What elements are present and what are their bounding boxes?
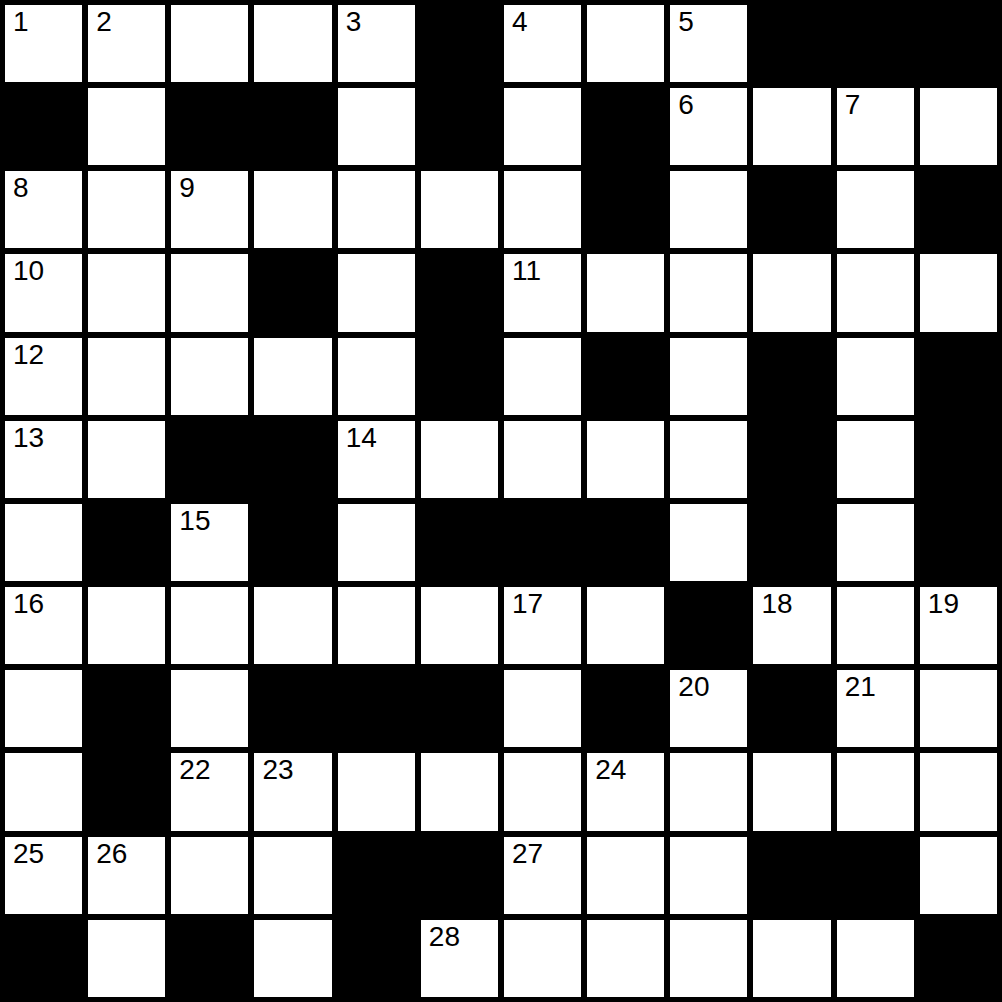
letter-cell[interactable]: 27 xyxy=(504,837,581,914)
block-cell xyxy=(920,171,997,248)
block-cell xyxy=(88,753,165,830)
letter-cell[interactable] xyxy=(504,920,581,997)
block-cell xyxy=(171,88,248,165)
letter-cell[interactable] xyxy=(338,338,415,415)
letter-cell[interactable] xyxy=(670,753,747,830)
block-cell xyxy=(338,920,415,997)
letter-cell[interactable] xyxy=(88,920,165,997)
letter-cell[interactable] xyxy=(837,421,914,498)
letter-cell[interactable] xyxy=(920,837,997,914)
clue-number: 3 xyxy=(346,7,362,38)
letter-cell[interactable] xyxy=(504,338,581,415)
block-cell xyxy=(254,504,331,581)
clue-number: 16 xyxy=(13,589,44,620)
letter-cell[interactable] xyxy=(670,338,747,415)
letter-cell[interactable]: 12 xyxy=(5,338,82,415)
letter-cell[interactable]: 19 xyxy=(920,587,997,664)
block-cell xyxy=(587,504,664,581)
letter-cell[interactable] xyxy=(753,254,830,331)
block-cell xyxy=(753,5,830,82)
block-cell xyxy=(920,504,997,581)
letter-cell[interactable]: 13 xyxy=(5,421,82,498)
clue-number: 12 xyxy=(13,340,44,371)
letter-cell[interactable] xyxy=(670,837,747,914)
letter-cell[interactable]: 22 xyxy=(171,753,248,830)
crossword-board: 1234567891011121314151617181920212223242… xyxy=(0,0,1002,1002)
clue-number: 7 xyxy=(845,90,861,121)
clue-number: 28 xyxy=(429,922,460,953)
letter-cell[interactable] xyxy=(338,171,415,248)
letter-cell[interactable] xyxy=(504,421,581,498)
letter-cell[interactable] xyxy=(670,421,747,498)
block-cell xyxy=(837,5,914,82)
letter-cell[interactable] xyxy=(837,254,914,331)
clue-number: 26 xyxy=(96,839,127,870)
letter-cell[interactable]: 28 xyxy=(421,920,498,997)
clue-number: 9 xyxy=(179,173,195,204)
letter-cell[interactable] xyxy=(670,171,747,248)
letter-cell[interactable] xyxy=(5,504,82,581)
block-cell xyxy=(421,338,498,415)
letter-cell[interactable]: 25 xyxy=(5,837,82,914)
block-cell xyxy=(753,837,830,914)
letter-cell[interactable] xyxy=(587,587,664,664)
letter-cell[interactable] xyxy=(670,254,747,331)
block-cell xyxy=(920,338,997,415)
clue-number: 19 xyxy=(928,589,959,620)
block-cell xyxy=(837,837,914,914)
block-cell xyxy=(753,504,830,581)
block-cell xyxy=(421,504,498,581)
letter-cell[interactable] xyxy=(587,837,664,914)
clue-number: 14 xyxy=(346,423,377,454)
letter-cell[interactable] xyxy=(88,338,165,415)
letter-cell[interactable] xyxy=(338,504,415,581)
letter-cell[interactable]: 20 xyxy=(670,670,747,747)
clue-number: 27 xyxy=(512,839,543,870)
clue-number: 25 xyxy=(13,839,44,870)
clue-number: 24 xyxy=(595,755,626,786)
letter-cell[interactable] xyxy=(88,171,165,248)
letter-cell[interactable]: 10 xyxy=(5,254,82,331)
block-cell xyxy=(254,670,331,747)
letter-cell[interactable]: 2 xyxy=(88,5,165,82)
letter-cell[interactable] xyxy=(338,753,415,830)
block-cell xyxy=(88,504,165,581)
letter-cell[interactable] xyxy=(171,670,248,747)
letter-cell[interactable] xyxy=(5,753,82,830)
clue-number: 2 xyxy=(96,7,112,38)
block-cell xyxy=(920,421,997,498)
block-cell xyxy=(587,338,664,415)
letter-cell[interactable]: 11 xyxy=(504,254,581,331)
block-cell xyxy=(171,920,248,997)
block-cell xyxy=(587,88,664,165)
block-cell xyxy=(753,670,830,747)
letter-cell[interactable]: 18 xyxy=(753,587,830,664)
letter-cell[interactable] xyxy=(254,837,331,914)
letter-cell[interactable] xyxy=(88,587,165,664)
letter-cell[interactable] xyxy=(421,753,498,830)
clue-number: 21 xyxy=(845,672,876,703)
letter-cell[interactable]: 3 xyxy=(338,5,415,82)
letter-cell[interactable] xyxy=(753,920,830,997)
letter-cell[interactable] xyxy=(504,171,581,248)
letter-cell[interactable] xyxy=(421,587,498,664)
letter-cell[interactable]: 21 xyxy=(837,670,914,747)
block-cell xyxy=(421,837,498,914)
clue-number: 6 xyxy=(678,90,694,121)
clue-number: 10 xyxy=(13,256,44,287)
block-cell xyxy=(670,587,747,664)
block-cell xyxy=(587,171,664,248)
letter-cell[interactable] xyxy=(504,88,581,165)
block-cell xyxy=(753,421,830,498)
clue-number: 15 xyxy=(179,506,210,537)
clue-number: 20 xyxy=(678,672,709,703)
letter-cell[interactable] xyxy=(338,254,415,331)
letter-cell[interactable] xyxy=(670,504,747,581)
letter-cell[interactable] xyxy=(338,88,415,165)
block-cell xyxy=(338,670,415,747)
letter-cell[interactable] xyxy=(837,753,914,830)
block-cell xyxy=(421,5,498,82)
block-cell xyxy=(920,5,997,82)
letter-cell[interactable]: 14 xyxy=(338,421,415,498)
block-cell xyxy=(171,421,248,498)
letter-cell[interactable] xyxy=(837,338,914,415)
letter-cell[interactable]: 26 xyxy=(88,837,165,914)
letter-cell[interactable] xyxy=(254,171,331,248)
letter-cell[interactable] xyxy=(5,670,82,747)
letter-cell[interactable] xyxy=(171,5,248,82)
block-cell xyxy=(338,837,415,914)
clue-number: 13 xyxy=(13,423,44,454)
block-cell xyxy=(5,920,82,997)
letter-cell[interactable] xyxy=(920,254,997,331)
letter-cell[interactable] xyxy=(837,587,914,664)
clue-number: 1 xyxy=(13,7,29,38)
letter-cell[interactable] xyxy=(254,5,331,82)
letter-cell[interactable]: 6 xyxy=(670,88,747,165)
block-cell xyxy=(254,421,331,498)
letter-cell[interactable]: 16 xyxy=(5,587,82,664)
letter-cell[interactable] xyxy=(88,254,165,331)
letter-cell[interactable] xyxy=(753,88,830,165)
letter-cell[interactable]: 17 xyxy=(504,587,581,664)
clue-number: 5 xyxy=(678,7,694,38)
clue-number: 17 xyxy=(512,589,543,620)
letter-cell[interactable]: 9 xyxy=(171,171,248,248)
letter-cell[interactable] xyxy=(504,753,581,830)
letter-cell[interactable] xyxy=(920,88,997,165)
block-cell xyxy=(88,670,165,747)
letter-cell[interactable] xyxy=(254,587,331,664)
letter-cell[interactable]: 23 xyxy=(254,753,331,830)
block-cell xyxy=(254,254,331,331)
letter-cell[interactable] xyxy=(504,670,581,747)
letter-cell[interactable] xyxy=(171,254,248,331)
clue-number: 23 xyxy=(262,755,293,786)
letter-cell[interactable] xyxy=(587,254,664,331)
block-cell xyxy=(753,338,830,415)
letter-cell[interactable] xyxy=(587,421,664,498)
block-cell xyxy=(254,88,331,165)
clue-number: 4 xyxy=(512,7,528,38)
letter-cell[interactable]: 24 xyxy=(587,753,664,830)
letter-cell[interactable] xyxy=(171,338,248,415)
letter-cell[interactable] xyxy=(920,670,997,747)
block-cell xyxy=(504,504,581,581)
letter-cell[interactable] xyxy=(753,753,830,830)
letter-cell[interactable] xyxy=(338,587,415,664)
block-cell xyxy=(421,670,498,747)
crossword-page: 1234567891011121314151617181920212223242… xyxy=(0,0,1002,1002)
letter-cell[interactable] xyxy=(670,920,747,997)
letter-cell[interactable] xyxy=(837,504,914,581)
letter-cell[interactable] xyxy=(920,753,997,830)
letter-cell[interactable] xyxy=(837,171,914,248)
block-cell xyxy=(5,88,82,165)
letter-cell[interactable]: 15 xyxy=(171,504,248,581)
letter-cell[interactable] xyxy=(88,88,165,165)
letter-cell[interactable] xyxy=(254,338,331,415)
letter-cell[interactable] xyxy=(88,421,165,498)
letter-cell[interactable]: 5 xyxy=(670,5,747,82)
block-cell xyxy=(421,254,498,331)
clue-number: 18 xyxy=(761,589,792,620)
clue-number: 22 xyxy=(179,755,210,786)
letter-cell[interactable] xyxy=(254,920,331,997)
clue-number: 11 xyxy=(512,256,541,287)
block-cell xyxy=(587,670,664,747)
letter-cell[interactable] xyxy=(587,5,664,82)
block-cell xyxy=(920,920,997,997)
letter-cell[interactable] xyxy=(837,920,914,997)
letter-cell[interactable] xyxy=(171,587,248,664)
letter-cell[interactable] xyxy=(421,421,498,498)
letter-cell[interactable]: 1 xyxy=(5,5,82,82)
clue-number: 8 xyxy=(13,173,29,204)
letter-cell[interactable]: 8 xyxy=(5,171,82,248)
letter-cell[interactable]: 4 xyxy=(504,5,581,82)
letter-cell[interactable] xyxy=(421,171,498,248)
letter-cell[interactable] xyxy=(171,837,248,914)
letter-cell[interactable] xyxy=(587,920,664,997)
block-cell xyxy=(753,171,830,248)
letter-cell[interactable]: 7 xyxy=(837,88,914,165)
block-cell xyxy=(421,88,498,165)
